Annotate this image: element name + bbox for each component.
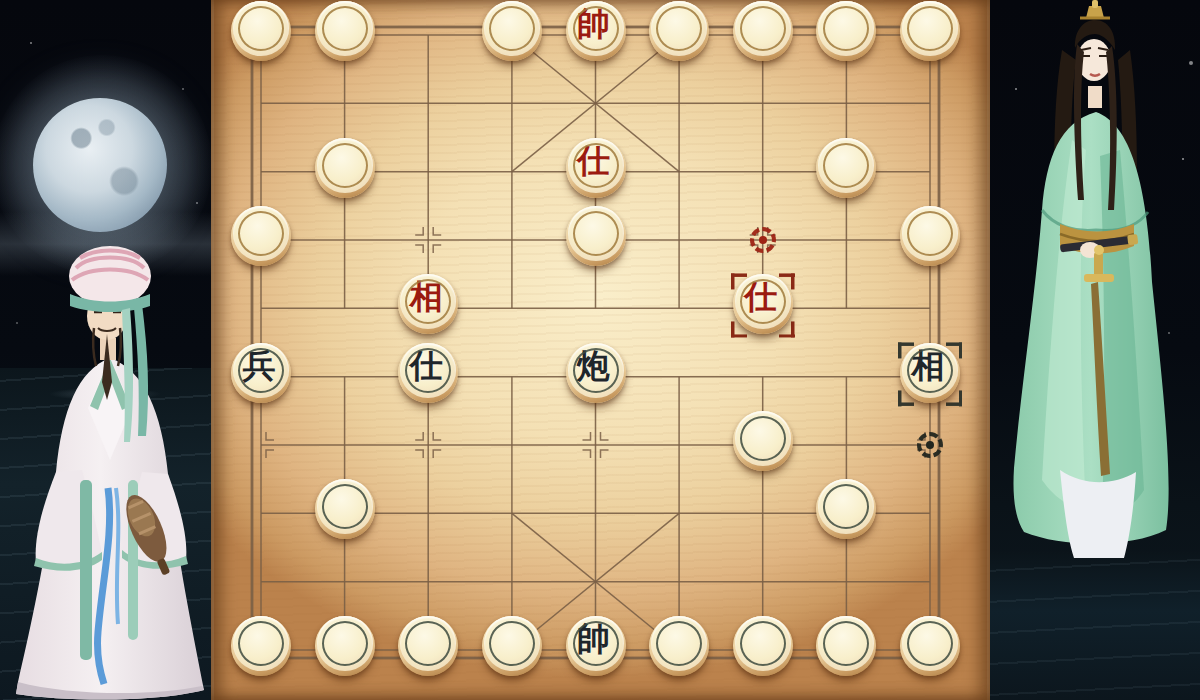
left-character-illustration xyxy=(10,232,210,700)
hidden-piece[interactable] xyxy=(721,616,805,684)
piece-face xyxy=(651,1,707,56)
piece-face xyxy=(902,616,958,671)
noble-figure-graphic xyxy=(1002,0,1190,562)
piece-disc[interactable]: 相 xyxy=(900,343,960,403)
piece-advisor[interactable]: 仕 xyxy=(721,274,805,342)
face-down-disc[interactable] xyxy=(733,411,793,471)
piece-face: 仕 xyxy=(568,138,624,193)
hidden-piece[interactable] xyxy=(386,616,470,684)
move-origin-dot xyxy=(749,226,777,254)
hidden-piece[interactable] xyxy=(888,206,972,274)
xiangqi-board-panel: 帥仕相仕兵仕炮相帥 xyxy=(211,0,990,700)
hidden-piece[interactable] xyxy=(805,137,889,205)
piece-disc[interactable]: 仕 xyxy=(398,343,458,403)
app-root: { "game": "Xiangqi — Jieqi variant (揭棋, … xyxy=(0,0,1200,700)
piece-glyph: 仕 xyxy=(400,350,452,383)
hidden-piece[interactable] xyxy=(805,1,889,69)
piece-glyph: 帥 xyxy=(568,8,620,41)
piece-disc[interactable]: 仕 xyxy=(566,138,626,198)
piece-face xyxy=(651,616,707,671)
piece-soldier[interactable]: 兵 xyxy=(219,342,303,410)
face-down-disc[interactable] xyxy=(566,206,626,266)
face-down-disc[interactable] xyxy=(816,479,876,539)
hidden-piece[interactable] xyxy=(805,479,889,547)
piece-face xyxy=(233,1,289,56)
face-down-disc[interactable] xyxy=(816,616,876,676)
hidden-piece[interactable] xyxy=(303,479,387,547)
star-field xyxy=(0,0,2,2)
face-down-disc[interactable] xyxy=(649,616,709,676)
piece-face xyxy=(818,616,874,671)
piece-face: 兵 xyxy=(233,343,289,398)
face-down-disc[interactable] xyxy=(816,1,876,61)
piece-face xyxy=(400,616,456,671)
face-down-disc[interactable] xyxy=(315,138,375,198)
face-down-disc[interactable] xyxy=(900,1,960,61)
face-down-disc[interactable] xyxy=(315,1,375,61)
face-down-disc[interactable] xyxy=(900,206,960,266)
piece-face xyxy=(317,138,373,193)
sea-right xyxy=(990,552,1200,700)
piece-face xyxy=(484,1,540,56)
face-down-disc[interactable] xyxy=(900,616,960,676)
piece-disc[interactable]: 相 xyxy=(398,274,458,334)
piece-face: 帥 xyxy=(568,616,624,671)
hidden-piece[interactable] xyxy=(470,616,554,684)
hidden-piece[interactable] xyxy=(219,206,303,274)
hidden-piece[interactable] xyxy=(637,616,721,684)
piece-face xyxy=(568,206,624,261)
piece-disc[interactable]: 兵 xyxy=(231,343,291,403)
piece-face xyxy=(818,479,874,534)
hidden-piece[interactable] xyxy=(219,1,303,69)
face-down-disc[interactable] xyxy=(231,616,291,676)
face-down-disc[interactable] xyxy=(649,1,709,61)
piece-face xyxy=(902,206,958,261)
piece-general[interactable]: 帥 xyxy=(554,1,638,69)
piece-glyph: 仕 xyxy=(568,145,620,178)
hidden-piece[interactable] xyxy=(637,1,721,69)
piece-glyph: 兵 xyxy=(233,350,285,383)
piece-disc[interactable]: 帥 xyxy=(566,616,626,676)
board-grid[interactable]: 帥仕相仕兵仕炮相帥 xyxy=(219,1,972,684)
face-down-disc[interactable] xyxy=(816,138,876,198)
piece-face xyxy=(818,1,874,56)
right-character-illustration xyxy=(1002,0,1190,562)
hidden-piece[interactable] xyxy=(219,616,303,684)
piece-face: 炮 xyxy=(568,343,624,398)
hidden-piece[interactable] xyxy=(470,1,554,69)
piece-face xyxy=(902,1,958,56)
piece-face: 帥 xyxy=(568,1,624,56)
piece-face xyxy=(735,411,791,466)
hidden-piece[interactable] xyxy=(721,411,805,479)
face-down-disc[interactable] xyxy=(231,206,291,266)
piece-glyph: 相 xyxy=(902,350,954,383)
face-down-disc[interactable] xyxy=(733,616,793,676)
face-down-disc[interactable] xyxy=(315,479,375,539)
piece-glyph: 相 xyxy=(400,281,452,314)
piece-face xyxy=(233,206,289,261)
piece-face xyxy=(735,1,791,56)
face-down-disc[interactable] xyxy=(398,616,458,676)
piece-face xyxy=(317,616,373,671)
hidden-piece[interactable] xyxy=(554,206,638,274)
piece-elephant[interactable]: 相 xyxy=(386,274,470,342)
hidden-piece[interactable] xyxy=(805,616,889,684)
piece-glyph: 帥 xyxy=(568,623,620,656)
piece-face: 相 xyxy=(902,343,958,398)
piece-face: 仕 xyxy=(400,343,456,398)
hidden-piece[interactable] xyxy=(721,1,805,69)
piece-glyph: 仕 xyxy=(735,281,787,314)
piece-advisor[interactable]: 仕 xyxy=(554,137,638,205)
sage-figure-graphic xyxy=(10,232,210,700)
face-down-disc[interactable] xyxy=(733,1,793,61)
hidden-piece[interactable] xyxy=(303,137,387,205)
hidden-piece[interactable] xyxy=(303,1,387,69)
piece-face xyxy=(317,479,373,534)
piece-cannon[interactable]: 炮 xyxy=(554,342,638,410)
move-origin-dot xyxy=(916,431,944,459)
face-down-disc[interactable] xyxy=(482,1,542,61)
piece-advisor[interactable]: 仕 xyxy=(386,342,470,410)
piece-face: 相 xyxy=(400,274,456,329)
move-origin-marker-red xyxy=(721,206,805,274)
move-origin-marker-black xyxy=(888,411,972,479)
face-down-disc[interactable] xyxy=(231,1,291,61)
piece-disc[interactable]: 帥 xyxy=(566,1,626,61)
piece-elephant[interactable]: 相 xyxy=(888,342,972,410)
piece-general[interactable]: 帥 xyxy=(554,616,638,684)
piece-face xyxy=(233,616,289,671)
piece-disc[interactable]: 仕 xyxy=(733,274,793,334)
piece-face xyxy=(735,616,791,671)
piece-face xyxy=(818,138,874,193)
hidden-piece[interactable] xyxy=(888,616,972,684)
hidden-piece[interactable] xyxy=(888,1,972,69)
piece-face xyxy=(484,616,540,671)
face-down-disc[interactable] xyxy=(315,616,375,676)
face-down-disc[interactable] xyxy=(482,616,542,676)
piece-disc[interactable]: 炮 xyxy=(566,343,626,403)
hidden-piece[interactable] xyxy=(303,616,387,684)
piece-face: 仕 xyxy=(735,274,791,329)
piece-face xyxy=(317,1,373,56)
piece-glyph: 炮 xyxy=(568,350,620,383)
